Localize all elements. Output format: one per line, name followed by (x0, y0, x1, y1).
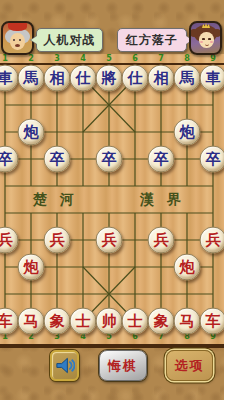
piece-red-兵-c6r6[interactable]: 兵 (148, 227, 175, 254)
piece-black-相-c6r0[interactable]: 相 (148, 65, 175, 92)
river-label-chu-he: 楚河 (33, 191, 87, 209)
piece-red-兵-c8r6[interactable]: 兵 (200, 227, 225, 254)
game-screen: 楚河 漢界 112233445566778899 車馬相仕將仕相馬車炮炮卒卒卒卒… (0, 0, 224, 400)
piece-black-馬-c1r0[interactable]: 馬 (18, 65, 45, 92)
column-number-3: 3 (54, 54, 60, 63)
turn-label: 红方落子 (126, 32, 178, 49)
piece-red-炮-c1r7[interactable]: 炮 (18, 254, 45, 281)
options-button[interactable]: 选项 (166, 350, 213, 381)
crown-icon (202, 23, 210, 28)
undo-button[interactable]: 悔棋 (99, 350, 147, 381)
column-number-1: 1 (2, 54, 8, 63)
column-number-2: 2 (28, 54, 34, 63)
piece-red-士-c5r9[interactable]: 士 (122, 308, 149, 335)
piece-red-帅-c4r9[interactable]: 帅 (96, 308, 123, 335)
piece-red-兵-c2r6[interactable]: 兵 (44, 227, 71, 254)
column-number-5: 5 (106, 54, 112, 63)
player-face (199, 32, 214, 48)
column-number-6: 6 (132, 54, 138, 63)
piece-black-卒-c6r3[interactable]: 卒 (148, 146, 175, 173)
piece-black-馬-c7r0[interactable]: 馬 (174, 65, 201, 92)
piece-red-马-c1r9[interactable]: 马 (18, 308, 45, 335)
piece-black-炮-c1r2[interactable]: 炮 (18, 119, 45, 146)
board-frame-bottom (0, 344, 224, 348)
sound-button[interactable] (50, 350, 79, 381)
piece-black-卒-c8r3[interactable]: 卒 (200, 146, 225, 173)
piece-black-相-c2r0[interactable]: 相 (44, 65, 71, 92)
piece-red-象-c6r9[interactable]: 象 (148, 308, 175, 335)
piece-red-车-c8r9[interactable]: 车 (200, 308, 225, 335)
opponent-avatar (1, 21, 34, 55)
mode-bubble: 人机对战 (36, 28, 103, 52)
piece-black-將-c4r0[interactable]: 將 (96, 65, 123, 92)
piece-red-士-c3r9[interactable]: 士 (70, 308, 97, 335)
column-number-9: 9 (210, 54, 216, 63)
turn-bubble: 红方落子 (117, 28, 187, 52)
column-number-7: 7 (158, 54, 164, 63)
speaker-icon (54, 355, 75, 376)
mode-label: 人机对战 (44, 32, 96, 49)
piece-black-炮-c7r2[interactable]: 炮 (174, 119, 201, 146)
river-label-han-jie: 漢界 (140, 191, 194, 209)
player-avatar (189, 21, 222, 55)
piece-black-卒-c4r3[interactable]: 卒 (96, 146, 123, 173)
piece-red-炮-c7r7[interactable]: 炮 (174, 254, 201, 281)
column-number-4: 4 (80, 54, 86, 63)
piece-red-兵-c4r6[interactable]: 兵 (96, 227, 123, 254)
piece-red-象-c2r9[interactable]: 象 (44, 308, 71, 335)
piece-red-马-c7r9[interactable]: 马 (174, 308, 201, 335)
piece-black-仕-c5r0[interactable]: 仕 (122, 65, 149, 92)
opponent-hat (8, 22, 27, 31)
opponent-face (10, 33, 25, 50)
piece-black-車-c8r0[interactable]: 車 (200, 65, 225, 92)
piece-black-卒-c2r3[interactable]: 卒 (44, 146, 71, 173)
piece-black-仕-c3r0[interactable]: 仕 (70, 65, 97, 92)
column-number-8: 8 (184, 54, 190, 63)
